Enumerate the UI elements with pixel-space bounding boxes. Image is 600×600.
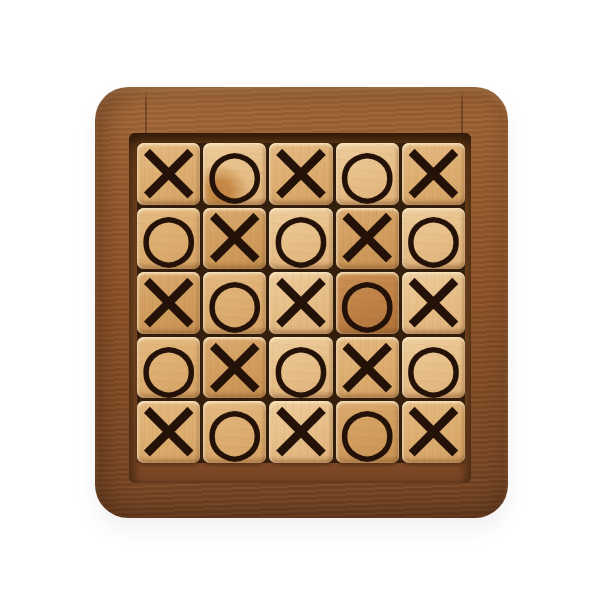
tile-r1c4[interactable]: ○ (336, 143, 399, 205)
piece-o: ○ (141, 337, 197, 399)
tile-r1c1[interactable]: × (137, 143, 200, 205)
piece-o: ○ (273, 337, 329, 399)
product-photo: ×○×○×○×○×○×○×○×○×○×○×○×○× (0, 0, 600, 600)
tile-r5c4[interactable]: ○ (336, 401, 399, 463)
tile-r4c4[interactable]: × (336, 337, 399, 399)
frame-joint-left (145, 90, 147, 134)
piece-x: × (402, 143, 465, 205)
piece-x: × (203, 208, 266, 270)
piece-o: ○ (339, 143, 395, 205)
tile-r4c5[interactable]: ○ (402, 337, 465, 399)
piece-x: × (336, 337, 399, 399)
tile-r2c4[interactable]: × (336, 208, 399, 270)
tile-r5c3[interactable]: × (269, 401, 332, 463)
tile-r3c3[interactable]: × (269, 272, 332, 334)
tile-r2c1[interactable]: ○ (137, 208, 200, 270)
piece-x: × (402, 401, 465, 463)
piece-x: × (269, 143, 332, 205)
piece-o: ○ (273, 208, 329, 270)
piece-x: × (137, 143, 200, 205)
piece-x: × (203, 337, 266, 399)
piece-x: × (269, 272, 332, 334)
tile-r1c2[interactable]: ○ (203, 143, 266, 205)
tile-r3c4[interactable]: ○ (336, 272, 399, 334)
piece-o: ○ (207, 401, 263, 463)
tile-r1c3[interactable]: × (269, 143, 332, 205)
piece-x: × (336, 208, 399, 270)
piece-o: ○ (405, 208, 461, 270)
piece-o: ○ (207, 272, 263, 334)
frame-joint-right (461, 90, 463, 134)
piece-o: ○ (339, 272, 395, 334)
tile-r1c5[interactable]: × (402, 143, 465, 205)
piece-x: × (269, 401, 332, 463)
piece-o: ○ (207, 143, 263, 205)
piece-x: × (137, 272, 200, 334)
tile-r3c1[interactable]: × (137, 272, 200, 334)
tile-r2c3[interactable]: ○ (269, 208, 332, 270)
game-board: ×○×○×○×○×○×○×○×○×○×○×○×○× (95, 87, 508, 518)
tile-r4c3[interactable]: ○ (269, 337, 332, 399)
tile-r3c5[interactable]: × (402, 272, 465, 334)
piece-x: × (137, 401, 200, 463)
tile-r4c1[interactable]: ○ (137, 337, 200, 399)
piece-o: ○ (339, 401, 395, 463)
tile-r2c5[interactable]: ○ (402, 208, 465, 270)
tile-r5c2[interactable]: ○ (203, 401, 266, 463)
piece-x: × (402, 272, 465, 334)
tile-r4c2[interactable]: × (203, 337, 266, 399)
tile-r5c1[interactable]: × (137, 401, 200, 463)
board-grid: ×○×○×○×○×○×○×○×○×○×○×○×○× (137, 143, 465, 463)
tile-r5c5[interactable]: × (402, 401, 465, 463)
tile-r3c2[interactable]: ○ (203, 272, 266, 334)
tile-r2c2[interactable]: × (203, 208, 266, 270)
piece-o: ○ (141, 208, 197, 270)
piece-o: ○ (405, 337, 461, 399)
